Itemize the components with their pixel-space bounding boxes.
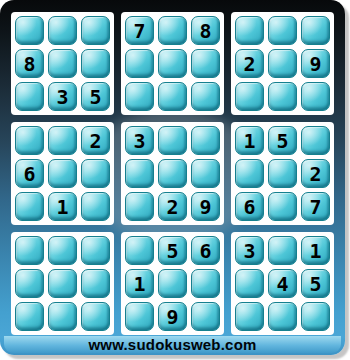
cell-r4c9[interactable] (301, 126, 330, 155)
cell-r9c2[interactable] (48, 302, 77, 331)
cell-r2c8[interactable] (268, 49, 297, 78)
cell-r1c9[interactable] (301, 16, 330, 45)
cell-r8c6[interactable] (191, 269, 220, 298)
cell-r5c9[interactable]: 2 (301, 159, 330, 188)
cell-r9c6[interactable] (191, 302, 220, 331)
cell-r7c9[interactable]: 1 (301, 236, 330, 265)
cell-r5c5[interactable] (158, 159, 187, 188)
cell-r8c3[interactable] (81, 269, 110, 298)
cell-r9c3[interactable] (81, 302, 110, 331)
cell-r9c5[interactable]: 9 (158, 302, 187, 331)
cell-r1c4[interactable]: 7 (125, 16, 154, 45)
footer-link[interactable]: www.sudokusweb.com (88, 336, 256, 353)
cell-r8c1[interactable] (15, 269, 44, 298)
cell-r4c8[interactable]: 5 (268, 126, 297, 155)
cell-r5c2[interactable] (48, 159, 77, 188)
cell-r3c4[interactable] (125, 82, 154, 111)
cell-r1c5[interactable] (158, 16, 187, 45)
cell-r6c4[interactable] (125, 192, 154, 221)
cell-r3c9[interactable] (301, 82, 330, 111)
cell-r5c7[interactable] (235, 159, 264, 188)
cell-r1c2[interactable] (48, 16, 77, 45)
cell-r3c1[interactable] (15, 82, 44, 111)
box-3: 29 (231, 12, 334, 115)
page: 83578292613291526756193145 www.sudokuswe… (0, 0, 350, 360)
cell-r6c6[interactable]: 9 (191, 192, 220, 221)
box-9: 3145 (231, 232, 334, 335)
cell-r7c4[interactable] (125, 236, 154, 265)
cell-r6c8[interactable] (268, 192, 297, 221)
cell-r9c4[interactable] (125, 302, 154, 331)
cell-r6c7[interactable]: 6 (235, 192, 264, 221)
cell-r8c8[interactable]: 4 (268, 269, 297, 298)
cell-r4c7[interactable]: 1 (235, 126, 264, 155)
cell-r5c1[interactable]: 6 (15, 159, 44, 188)
box-7 (11, 232, 114, 335)
sudoku-widget: 83578292613291526756193145 www.sudokuswe… (0, 0, 345, 355)
cell-r8c5[interactable] (158, 269, 187, 298)
cell-r6c9[interactable]: 7 (301, 192, 330, 221)
cell-r7c6[interactable]: 6 (191, 236, 220, 265)
cell-r4c6[interactable] (191, 126, 220, 155)
cell-r9c9[interactable] (301, 302, 330, 331)
cell-r2c7[interactable]: 2 (235, 49, 264, 78)
box-5: 329 (121, 122, 224, 225)
cell-r8c4[interactable]: 1 (125, 269, 154, 298)
cell-r4c2[interactable] (48, 126, 77, 155)
cell-r5c4[interactable] (125, 159, 154, 188)
cell-r5c6[interactable] (191, 159, 220, 188)
cell-r4c4[interactable]: 3 (125, 126, 154, 155)
cell-r3c3[interactable]: 5 (81, 82, 110, 111)
cell-r3c7[interactable] (235, 82, 264, 111)
box-4: 261 (11, 122, 114, 225)
cell-r4c5[interactable] (158, 126, 187, 155)
cell-r6c5[interactable]: 2 (158, 192, 187, 221)
cell-r5c3[interactable] (81, 159, 110, 188)
cell-r7c2[interactable] (48, 236, 77, 265)
box-8: 5619 (121, 232, 224, 335)
cell-r7c7[interactable]: 3 (235, 236, 264, 265)
cell-r3c6[interactable] (191, 82, 220, 111)
cell-r6c3[interactable] (81, 192, 110, 221)
cell-r2c1[interactable]: 8 (15, 49, 44, 78)
cell-r8c2[interactable] (48, 269, 77, 298)
cell-r8c9[interactable]: 5 (301, 269, 330, 298)
cell-r9c1[interactable] (15, 302, 44, 331)
cell-r7c3[interactable] (81, 236, 110, 265)
box-6: 15267 (231, 122, 334, 225)
cell-r6c2[interactable]: 1 (48, 192, 77, 221)
cell-r7c1[interactable] (15, 236, 44, 265)
cell-r3c2[interactable]: 3 (48, 82, 77, 111)
footer-band: www.sudokusweb.com (4, 336, 341, 353)
cell-r4c3[interactable]: 2 (81, 126, 110, 155)
cell-r1c7[interactable] (235, 16, 264, 45)
box-1: 835 (11, 12, 114, 115)
cell-r4c1[interactable] (15, 126, 44, 155)
sudoku-board: 83578292613291526756193145 (0, 0, 345, 335)
cell-r1c3[interactable] (81, 16, 110, 45)
cell-r9c7[interactable] (235, 302, 264, 331)
cell-r2c4[interactable] (125, 49, 154, 78)
cell-r2c3[interactable] (81, 49, 110, 78)
cell-r2c2[interactable] (48, 49, 77, 78)
cell-r1c6[interactable]: 8 (191, 16, 220, 45)
cell-r1c1[interactable] (15, 16, 44, 45)
cell-r7c5[interactable]: 5 (158, 236, 187, 265)
cell-r9c8[interactable] (268, 302, 297, 331)
cell-r3c8[interactable] (268, 82, 297, 111)
cell-r5c8[interactable] (268, 159, 297, 188)
cell-r3c5[interactable] (158, 82, 187, 111)
cell-r2c9[interactable]: 9 (301, 49, 330, 78)
cell-r1c8[interactable] (268, 16, 297, 45)
cell-r2c6[interactable] (191, 49, 220, 78)
cell-r8c7[interactable] (235, 269, 264, 298)
cell-r2c5[interactable] (158, 49, 187, 78)
box-2: 78 (121, 12, 224, 115)
cell-r6c1[interactable] (15, 192, 44, 221)
cell-r7c8[interactable] (268, 236, 297, 265)
